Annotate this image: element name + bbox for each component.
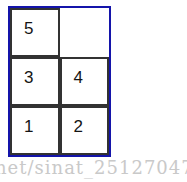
empty-cell	[60, 8, 110, 57]
puzzle-board: 5 3 4 1 2	[8, 6, 111, 157]
tile-1-label: 1	[24, 118, 33, 135]
tile-3[interactable]: 3	[10, 57, 60, 106]
watermark-text: net/sinat_25127047	[0, 157, 187, 178]
tile-5-label: 5	[24, 20, 33, 37]
tile-4-label: 4	[74, 69, 83, 86]
tile-1[interactable]: 1	[10, 106, 60, 155]
tile-2[interactable]: 2	[60, 106, 110, 155]
tile-3-label: 3	[24, 69, 33, 86]
tile-4[interactable]: 4	[60, 57, 110, 106]
tile-2-label: 2	[74, 118, 83, 135]
tile-5[interactable]: 5	[10, 8, 60, 57]
screenshot-stage: 5 3 4 1 2 net/sinat_25127047	[0, 0, 187, 182]
